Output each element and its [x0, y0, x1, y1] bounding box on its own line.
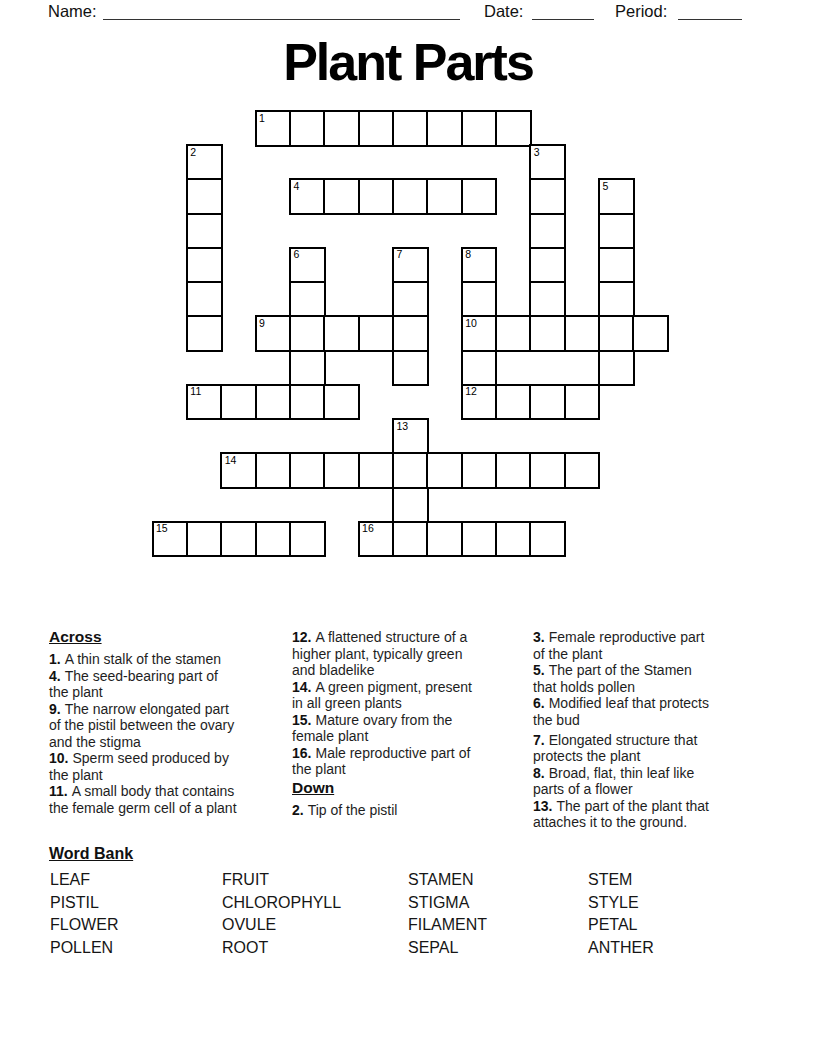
cell-number: 5: [603, 181, 609, 192]
date-input-line[interactable]: [532, 0, 594, 20]
cell-r12c6[interactable]: 16: [358, 521, 395, 558]
cell-r2c5[interactable]: [323, 178, 360, 215]
cell-r2c13[interactable]: 5: [598, 178, 635, 215]
cell-r7c4[interactable]: [289, 350, 326, 387]
word-bank-item: LEAF: [50, 869, 222, 892]
cell-r6c9[interactable]: 10: [461, 315, 498, 352]
cell-number: 16: [362, 523, 374, 534]
word-bank-heading: Word Bank: [49, 845, 133, 862]
cell-r4c4[interactable]: 6: [289, 247, 326, 284]
word-bank-item: FILAMENT: [408, 914, 588, 937]
cell-r8c1[interactable]: 11: [186, 384, 223, 421]
cell-r12c4[interactable]: [289, 521, 326, 558]
cell-r12c11[interactable]: [529, 521, 566, 558]
name-label: Name:: [48, 2, 97, 21]
clue-across-12: 12.A flattened structure of a higher pla…: [292, 629, 532, 679]
clue-down-8: 8.Broad, flat, thin leaf like parts of a…: [533, 765, 761, 798]
clue-down-6: 6.Modified leaf that protects the bud: [533, 695, 761, 728]
clue-across-1: 1.A thin stalk of the stamen: [49, 651, 289, 668]
cell-number: 9: [259, 318, 265, 329]
cell-number: 13: [396, 421, 408, 432]
cell-r12c3[interactable]: [255, 521, 292, 558]
cell-r8c5[interactable]: [323, 384, 360, 421]
cell-r2c11[interactable]: [529, 178, 566, 215]
cell-number: 14: [225, 455, 237, 466]
cell-r6c6[interactable]: [358, 315, 395, 352]
cell-r6c7[interactable]: [392, 315, 429, 352]
down-heading: Down: [292, 780, 532, 797]
cell-r3c13[interactable]: [598, 213, 635, 250]
cell-number: 8: [465, 249, 471, 260]
cell-number: 12: [465, 386, 477, 397]
cell-r5c9[interactable]: [461, 281, 498, 318]
word-bank-item: STYLE: [588, 892, 766, 915]
cell-r6c14[interactable]: [632, 315, 669, 352]
period-label: Period:: [615, 2, 667, 21]
cell-r4c11[interactable]: [529, 247, 566, 284]
cell-r2c4[interactable]: 4: [289, 178, 326, 215]
cell-r5c1[interactable]: [186, 281, 223, 318]
cell-number: 7: [396, 249, 402, 260]
word-bank-item: ANTHER: [588, 937, 766, 960]
cell-r6c5[interactable]: [323, 315, 360, 352]
cell-r0c8[interactable]: [426, 110, 463, 147]
clues-column-3: 3.Female reproductive part of the plant …: [533, 629, 761, 831]
cell-r1c11[interactable]: 3: [529, 144, 566, 181]
cell-r0c3[interactable]: 1: [255, 110, 292, 147]
cell-r8c10[interactable]: [495, 384, 532, 421]
cell-r10c4[interactable]: [289, 452, 326, 489]
date-label: Date:: [484, 2, 523, 21]
cell-r10c8[interactable]: [426, 452, 463, 489]
cell-r9c7[interactable]: 13: [392, 418, 429, 455]
cell-r6c11[interactable]: [529, 315, 566, 352]
cell-r4c1[interactable]: [186, 247, 223, 284]
cell-r0c7[interactable]: [392, 110, 429, 147]
cell-r12c2[interactable]: [220, 521, 257, 558]
cell-r5c13[interactable]: [598, 281, 635, 318]
cell-r10c6[interactable]: [358, 452, 395, 489]
cell-r2c9[interactable]: [461, 178, 498, 215]
clues-column-2: 12.A flattened structure of a higher pla…: [292, 629, 532, 818]
cell-r12c8[interactable]: [426, 521, 463, 558]
word-bank-item: STAMEN: [408, 869, 588, 892]
clue-down-7: 7.Elongated structure that protects the …: [533, 732, 761, 765]
clue-down-2: 2.Tip of the pistil: [292, 802, 532, 819]
period-input-line[interactable]: [678, 0, 742, 20]
clue-across-16: 16.Male reproductive part of the plant: [292, 745, 532, 778]
clue-down-3: 3.Female reproductive part of the plant: [533, 629, 761, 662]
cell-r8c2[interactable]: [220, 384, 257, 421]
cell-r10c12[interactable]: [564, 452, 601, 489]
cell-r2c1[interactable]: [186, 178, 223, 215]
word-bank-item: STIGMA: [408, 892, 588, 915]
cell-r12c10[interactable]: [495, 521, 532, 558]
across-heading: Across: [49, 629, 289, 646]
cell-r2c6[interactable]: [358, 178, 395, 215]
cell-r12c9[interactable]: [461, 521, 498, 558]
word-bank-item: PISTIL: [50, 892, 222, 915]
word-bank-item: CHLOROPHYLL: [222, 892, 408, 915]
cell-r5c7[interactable]: [392, 281, 429, 318]
cell-r10c3[interactable]: [255, 452, 292, 489]
cell-r8c9[interactable]: 12: [461, 384, 498, 421]
cell-r11c7[interactable]: [392, 487, 429, 524]
cell-number: 10: [465, 318, 477, 329]
clues-column-1: Across 1.A thin stalk of the stamen 4.Th…: [49, 629, 289, 816]
clue-across-10: 10.Sperm seed produced by the plant: [49, 750, 289, 783]
cell-r0c5[interactable]: [323, 110, 360, 147]
cell-r4c7[interactable]: 7: [392, 247, 429, 284]
cell-r7c13[interactable]: [598, 350, 635, 387]
word-bank-item: FRUIT: [222, 869, 408, 892]
cell-r3c11[interactable]: [529, 213, 566, 250]
worksheet-page: Name: Date: Period: Plant Parts 12345678…: [0, 0, 816, 1056]
cell-r3c1[interactable]: [186, 213, 223, 250]
cell-r6c3[interactable]: 9: [255, 315, 292, 352]
cell-r0c10[interactable]: [495, 110, 532, 147]
cell-r7c9[interactable]: [461, 350, 498, 387]
cell-r6c1[interactable]: [186, 315, 223, 352]
cell-r12c7[interactable]: [392, 521, 429, 558]
cell-r12c0[interactable]: 15: [152, 521, 189, 558]
word-bank-item: OVULE: [222, 914, 408, 937]
clue-across-14: 14.A green pigment, present in all green…: [292, 679, 532, 712]
cell-r0c6[interactable]: [358, 110, 395, 147]
cell-r0c4[interactable]: [289, 110, 326, 147]
word-bank-item: STEM: [588, 869, 766, 892]
word-bank-item: SEPAL: [408, 937, 588, 960]
cell-r10c2[interactable]: 14: [220, 452, 257, 489]
crossword-grid: 12345678910111213141516: [152, 110, 672, 560]
cell-r10c7[interactable]: [392, 452, 429, 489]
word-bank-list: LEAF FRUIT STAMEN STEM PISTIL CHLOROPHYL…: [50, 869, 766, 959]
cell-r2c8[interactable]: [426, 178, 463, 215]
word-bank-item: ROOT: [222, 937, 408, 960]
cell-r10c11[interactable]: [529, 452, 566, 489]
cell-number: 1: [259, 113, 265, 124]
word-bank-item: FLOWER: [50, 914, 222, 937]
cell-r8c12[interactable]: [564, 384, 601, 421]
cell-r5c11[interactable]: [529, 281, 566, 318]
clue-down-5: 5.The part of the Stamen that holds poll…: [533, 662, 761, 695]
cell-r6c4[interactable]: [289, 315, 326, 352]
cell-r12c1[interactable]: [186, 521, 223, 558]
cell-r10c5[interactable]: [323, 452, 360, 489]
clue-across-9: 9.The narrow elongated part of the pisti…: [49, 701, 289, 751]
cell-r10c9[interactable]: [461, 452, 498, 489]
cell-r8c3[interactable]: [255, 384, 292, 421]
word-bank-item: POLLEN: [50, 937, 222, 960]
cell-r1c1[interactable]: 2: [186, 144, 223, 181]
cell-r4c9[interactable]: 8: [461, 247, 498, 284]
page-title: Plant Parts: [0, 32, 816, 92]
cell-r7c7[interactable]: [392, 350, 429, 387]
cell-r6c12[interactable]: [564, 315, 601, 352]
name-input-line[interactable]: [103, 0, 460, 20]
cell-r4c13[interactable]: [598, 247, 635, 284]
cell-r5c4[interactable]: [289, 281, 326, 318]
cell-r6c10[interactable]: [495, 315, 532, 352]
clue-across-15: 15.Mature ovary from the female plant: [292, 712, 532, 745]
cell-number: 15: [156, 523, 168, 534]
cell-number: 4: [293, 181, 299, 192]
clue-across-11: 11.A small body that contains the female…: [49, 783, 289, 816]
cell-number: 3: [534, 147, 540, 158]
cell-number: 11: [190, 386, 201, 397]
word-bank-item: PETAL: [588, 914, 766, 937]
cell-r8c4[interactable]: [289, 384, 326, 421]
cell-r2c7[interactable]: [392, 178, 429, 215]
cell-r0c9[interactable]: [461, 110, 498, 147]
cell-r6c13[interactable]: [598, 315, 635, 352]
clue-down-13: 13.The part of the plant that attaches i…: [533, 798, 761, 831]
cell-number: 2: [190, 147, 196, 158]
cell-r8c11[interactable]: [529, 384, 566, 421]
cell-r10c10[interactable]: [495, 452, 532, 489]
cell-number: 6: [293, 249, 299, 260]
clue-across-4: 4.The seed-bearing part of the plant: [49, 668, 289, 701]
